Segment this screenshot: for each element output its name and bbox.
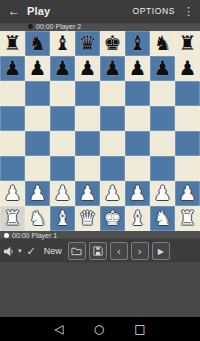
player2-name: Player 2 bbox=[55, 22, 81, 31]
square-g1[interactable]: ♞ bbox=[150, 206, 175, 231]
square-g5[interactable] bbox=[150, 106, 175, 131]
square-f7[interactable]: ♟ bbox=[125, 56, 150, 81]
square-b6[interactable] bbox=[25, 81, 50, 106]
white-pawn: ♟ bbox=[150, 181, 175, 206]
square-a6[interactable] bbox=[0, 81, 25, 106]
player1-color-icon bbox=[4, 233, 9, 238]
android-recents-icon[interactable]: □ bbox=[134, 317, 145, 341]
square-d4[interactable] bbox=[75, 131, 100, 156]
square-e4[interactable] bbox=[100, 131, 125, 156]
black-king: ♚ bbox=[100, 31, 125, 56]
player2-bar: 00:00 Player 2 bbox=[0, 22, 200, 31]
square-c8[interactable]: ♝ bbox=[50, 31, 75, 56]
square-h1[interactable]: ♜ bbox=[175, 206, 200, 231]
white-pawn: ♟ bbox=[175, 181, 200, 206]
square-e6[interactable] bbox=[100, 81, 125, 106]
square-h3[interactable] bbox=[175, 156, 200, 181]
app-bar: ← Play OPTIONS ⋮ bbox=[0, 0, 200, 22]
square-a3[interactable] bbox=[0, 156, 25, 181]
new-game-button[interactable]: New bbox=[44, 246, 62, 256]
black-pawn: ♟ bbox=[0, 56, 25, 81]
black-pawn: ♟ bbox=[50, 56, 75, 81]
white-pawn: ♟ bbox=[75, 181, 100, 206]
square-c3[interactable] bbox=[50, 156, 75, 181]
square-g6[interactable] bbox=[150, 81, 175, 106]
black-queen: ♛ bbox=[75, 31, 100, 56]
square-a1[interactable]: ♜ bbox=[0, 206, 25, 231]
black-pawn: ♟ bbox=[75, 56, 100, 81]
player1-clock: 00:00 bbox=[12, 231, 30, 240]
black-pawn: ♟ bbox=[150, 56, 175, 81]
square-g8[interactable]: ♞ bbox=[150, 31, 175, 56]
back-arrow-icon[interactable]: ← bbox=[0, 4, 27, 18]
square-c4[interactable] bbox=[50, 131, 75, 156]
square-h8[interactable]: ♜ bbox=[175, 31, 200, 56]
folder-icon bbox=[71, 246, 82, 256]
volume-icon[interactable] bbox=[3, 246, 14, 257]
white-pawn: ♟ bbox=[50, 181, 75, 206]
square-c6[interactable] bbox=[50, 81, 75, 106]
black-bishop: ♝ bbox=[125, 31, 150, 56]
square-a2[interactable]: ♟ bbox=[0, 181, 25, 206]
square-e2[interactable]: ♟ bbox=[100, 181, 125, 206]
black-pawn: ♟ bbox=[175, 56, 200, 81]
black-pawn: ♟ bbox=[25, 56, 50, 81]
square-d1[interactable]: ♛ bbox=[75, 206, 100, 231]
square-d5[interactable] bbox=[75, 106, 100, 131]
square-c1[interactable]: ♝ bbox=[50, 206, 75, 231]
floppy-disk-icon bbox=[93, 246, 103, 256]
play-engine-button[interactable]: ▶ bbox=[152, 242, 170, 260]
square-g7[interactable]: ♟ bbox=[150, 56, 175, 81]
square-f2[interactable]: ♟ bbox=[125, 181, 150, 206]
player1-bar: 00:00 Player 1 bbox=[0, 231, 200, 240]
game-toolbar: ▾ ✓ New ‹ › ▶ bbox=[0, 240, 200, 262]
black-bishop: ♝ bbox=[50, 31, 75, 56]
square-f1[interactable]: ♝ bbox=[125, 206, 150, 231]
square-h2[interactable]: ♟ bbox=[175, 181, 200, 206]
white-pawn: ♟ bbox=[25, 181, 50, 206]
square-e7[interactable]: ♟ bbox=[100, 56, 125, 81]
white-knight: ♞ bbox=[25, 206, 50, 231]
save-game-button[interactable] bbox=[89, 242, 107, 260]
android-nav-bar: ◁ ○ □ bbox=[0, 317, 200, 341]
square-f3[interactable] bbox=[125, 156, 150, 181]
square-b7[interactable]: ♟ bbox=[25, 56, 50, 81]
square-e8[interactable]: ♚ bbox=[100, 31, 125, 56]
square-h5[interactable] bbox=[175, 106, 200, 131]
square-c5[interactable] bbox=[50, 106, 75, 131]
black-pawn: ♟ bbox=[125, 56, 150, 81]
square-a5[interactable] bbox=[0, 106, 25, 131]
square-c7[interactable]: ♟ bbox=[50, 56, 75, 81]
square-d2[interactable]: ♟ bbox=[75, 181, 100, 206]
player1-name: Player 1 bbox=[31, 231, 57, 240]
square-h7[interactable]: ♟ bbox=[175, 56, 200, 81]
square-b3[interactable] bbox=[25, 156, 50, 181]
square-a7[interactable]: ♟ bbox=[0, 56, 25, 81]
square-f5[interactable] bbox=[125, 106, 150, 131]
square-h6[interactable] bbox=[175, 81, 200, 106]
options-button[interactable]: OPTIONS bbox=[127, 6, 181, 16]
square-b5[interactable] bbox=[25, 106, 50, 131]
white-pawn: ♟ bbox=[100, 181, 125, 206]
confirm-move-icon[interactable]: ✓ bbox=[27, 245, 36, 258]
square-b2[interactable]: ♟ bbox=[25, 181, 50, 206]
square-e1[interactable]: ♚ bbox=[100, 206, 125, 231]
square-g4[interactable] bbox=[150, 131, 175, 156]
square-a4[interactable] bbox=[0, 131, 25, 156]
android-home-icon[interactable]: ○ bbox=[94, 317, 104, 341]
white-rook: ♜ bbox=[175, 206, 200, 231]
square-f6[interactable] bbox=[125, 81, 150, 106]
player2-clock: 00:00 bbox=[36, 22, 54, 31]
white-pawn: ♟ bbox=[125, 181, 150, 206]
square-c2[interactable]: ♟ bbox=[50, 181, 75, 206]
square-g2[interactable]: ♟ bbox=[150, 181, 175, 206]
next-move-button[interactable]: › bbox=[131, 242, 149, 260]
white-rook: ♜ bbox=[0, 206, 25, 231]
open-game-button[interactable] bbox=[68, 242, 86, 260]
square-f4[interactable] bbox=[125, 131, 150, 156]
square-d6[interactable] bbox=[75, 81, 100, 106]
black-rook: ♜ bbox=[0, 31, 25, 56]
square-b8[interactable]: ♞ bbox=[25, 31, 50, 56]
square-d3[interactable] bbox=[75, 156, 100, 181]
white-bishop: ♝ bbox=[125, 206, 150, 231]
page-title: Play bbox=[27, 5, 50, 17]
black-knight: ♞ bbox=[25, 31, 50, 56]
square-e5[interactable] bbox=[100, 106, 125, 131]
square-b4[interactable] bbox=[25, 131, 50, 156]
android-back-icon[interactable]: ◁ bbox=[54, 317, 63, 341]
square-g3[interactable] bbox=[150, 156, 175, 181]
white-queen: ♛ bbox=[75, 206, 100, 231]
chess-board: ♜♞♝♛♚♝♞♜♟♟♟♟♟♟♟♟♟♟♟♟♟♟♟♟♜♞♝♛♚♝♞♜ bbox=[0, 31, 200, 231]
square-d8[interactable]: ♛ bbox=[75, 31, 100, 56]
prev-move-button[interactable]: ‹ bbox=[110, 242, 128, 260]
white-bishop: ♝ bbox=[50, 206, 75, 231]
white-king: ♚ bbox=[100, 206, 125, 231]
black-pawn: ♟ bbox=[100, 56, 125, 81]
white-pawn: ♟ bbox=[0, 181, 25, 206]
square-h4[interactable] bbox=[175, 131, 200, 156]
square-a8[interactable]: ♜ bbox=[0, 31, 25, 56]
overflow-menu-icon[interactable]: ⋮ bbox=[181, 5, 200, 18]
player2-color-icon bbox=[28, 24, 33, 29]
white-knight: ♞ bbox=[150, 206, 175, 231]
square-d7[interactable]: ♟ bbox=[75, 56, 100, 81]
black-rook: ♜ bbox=[175, 31, 200, 56]
black-knight: ♞ bbox=[150, 31, 175, 56]
volume-caret-icon[interactable]: ▾ bbox=[18, 247, 22, 255]
square-f8[interactable]: ♝ bbox=[125, 31, 150, 56]
square-b1[interactable]: ♞ bbox=[25, 206, 50, 231]
square-e3[interactable] bbox=[100, 156, 125, 181]
